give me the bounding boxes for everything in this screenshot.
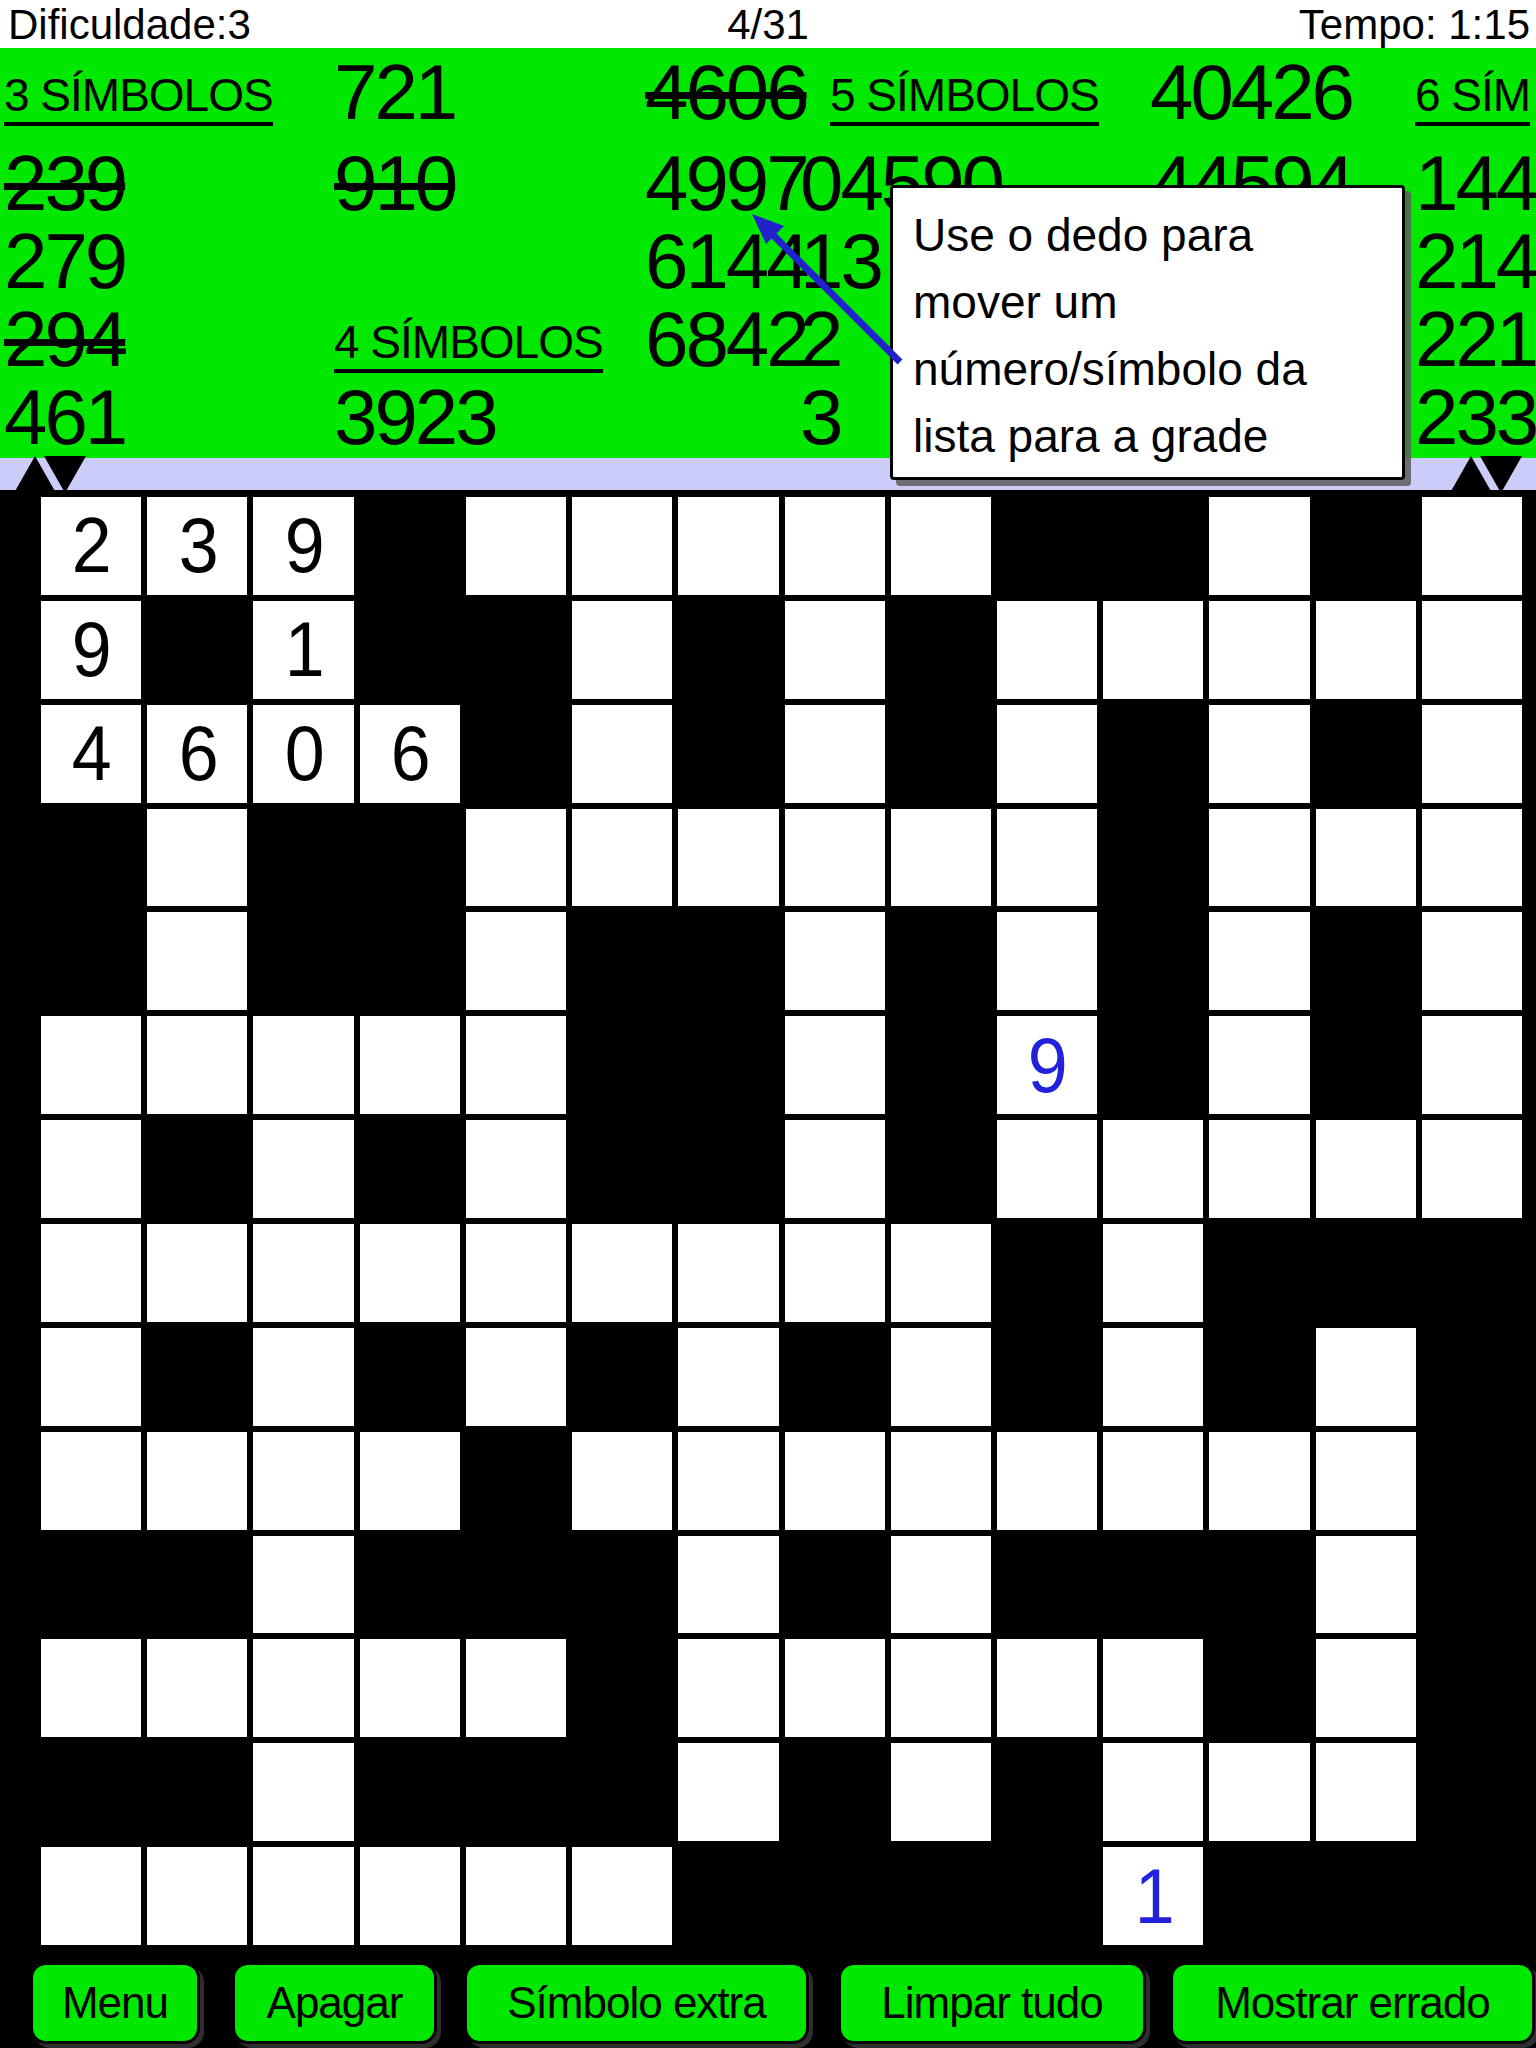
puzzle-grid[interactable]: 23991460691 [38,494,1525,1948]
grid-cell[interactable] [888,494,994,598]
symbol-list-number[interactable]: 6144 [645,221,807,301]
grid-cell-black [569,909,675,1013]
grid-cell[interactable] [675,1533,781,1637]
grid-cell[interactable] [250,1117,356,1221]
grid-cell[interactable] [144,1844,250,1948]
symbol-list-number[interactable]: 2 [800,299,840,379]
grid-cell[interactable] [675,806,781,910]
timer-label: Tempo: 1:15 [1299,0,1530,50]
symbol-list-number[interactable]: 233 [1415,377,1536,457]
grid-cell[interactable] [569,1221,675,1325]
grid-cell[interactable] [569,1429,675,1533]
grid-cell[interactable] [463,494,569,598]
grid-cell[interactable] [144,1636,250,1740]
grid-cell-black [1313,1221,1419,1325]
grid-cell-black [357,1533,463,1637]
given-digit: 6 [391,708,429,799]
grid-cell[interactable] [888,1325,994,1429]
grid-cell[interactable] [463,1221,569,1325]
symbol-list-header: 5 SÍMBOLOS [830,70,1099,126]
grid-cell[interactable] [782,598,888,702]
grid-cell-black [463,1740,569,1844]
grid-cell[interactable] [1313,1429,1419,1533]
grid-cell-black [1313,702,1419,806]
grid-cell[interactable] [1313,1325,1419,1429]
grid-cell[interactable] [1419,1013,1525,1117]
grid-cell[interactable] [250,1429,356,1533]
grid-cell-black [888,1013,994,1117]
grid-cell-black [1206,1636,1312,1740]
grid-cell[interactable] [38,1636,144,1740]
grid-cell-black [1100,1013,1206,1117]
grid-cell[interactable] [144,1429,250,1533]
symbol-list-number[interactable]: 3923 [334,377,496,457]
grid-cell-black [38,1533,144,1637]
grid-cell[interactable] [38,1429,144,1533]
grid-cell[interactable] [38,1325,144,1429]
grid-cell-black [1206,1533,1312,1637]
grid-cell[interactable] [1313,1636,1419,1740]
symbol-list-number: 4606 [645,52,807,132]
grid-cell[interactable] [782,1221,888,1325]
grid-cell-black [463,702,569,806]
grid-cell-black [144,1740,250,1844]
grid-cell[interactable] [1313,1740,1419,1844]
grid-cell[interactable] [675,1636,781,1740]
symbol-list-number: 239 [4,143,125,223]
grid-cell[interactable] [250,1325,356,1429]
grid-cell-black [1100,1533,1206,1637]
grid-cell[interactable] [1313,1533,1419,1637]
grid-cell-black [144,1533,250,1637]
grid-cell[interactable] [675,1325,781,1429]
symbol-list-header: 6 SÍM [1415,70,1530,126]
grid-cell[interactable] [250,1533,356,1637]
grid-cell-black [782,1740,888,1844]
grid-cell[interactable] [994,909,1100,1013]
grid-cell-black [569,1533,675,1637]
grid-cell[interactable] [1206,1740,1312,1844]
grid-cell[interactable] [463,909,569,1013]
given-digit: 3 [178,500,216,591]
symbol-list-number[interactable]: 221 [1415,299,1536,379]
grid-cell[interactable]: 9 [38,598,144,702]
grid-cell-black [675,1117,781,1221]
grid-cell-black [357,1740,463,1844]
grid-cell[interactable] [463,806,569,910]
symbol-list-number[interactable]: 214 [1415,221,1536,301]
grid-cell[interactable] [1206,1013,1312,1117]
given-digit: 4 [72,708,110,799]
grid-cell-black [1419,1740,1525,1844]
grid-cell[interactable] [144,1221,250,1325]
grid-cell-black [357,1325,463,1429]
symbol-list-number[interactable]: 144 [1415,143,1536,223]
grid-cell[interactable] [1100,1740,1206,1844]
grid-cell-black [144,1117,250,1221]
grid-cell-black [782,1844,888,1948]
grid-cell[interactable] [1313,1117,1419,1221]
grid-cell-black [994,494,1100,598]
grid-cell-black [675,702,781,806]
grid-cell-black [1313,494,1419,598]
grid-cell-black [569,1740,675,1844]
grid-cell[interactable] [675,494,781,598]
grid-cell[interactable] [357,1636,463,1740]
grid-cell-black [888,1117,994,1221]
grid-cell-black [888,702,994,806]
grid-cell[interactable] [569,1844,675,1948]
grid-cell-black [888,909,994,1013]
grid-cell[interactable]: 1 [250,598,356,702]
grid-cell[interactable] [357,1844,463,1948]
given-digit: 6 [178,708,216,799]
grid-cell[interactable] [1419,909,1525,1013]
show-wrong-button[interactable]: Mostrar errado [1170,1962,1535,2044]
grid-cell[interactable] [38,1117,144,1221]
grid-cell[interactable] [675,1740,781,1844]
grid-cell-black [357,909,463,1013]
grid-cell-black [38,806,144,910]
grid-cell-black [994,1325,1100,1429]
grid-cell[interactable] [1419,494,1525,598]
grid-cell-black [1206,1221,1312,1325]
grid-cell[interactable] [463,1325,569,1429]
grid-cell[interactable] [1206,702,1312,806]
scroll-down-icon-left[interactable] [44,456,86,493]
grid-cell[interactable] [1206,598,1312,702]
grid-cell[interactable] [569,806,675,910]
grid-cell-black [888,1844,994,1948]
grid-cell[interactable] [38,1844,144,1948]
grid-cell-black [1313,1013,1419,1117]
grid-cell[interactable] [782,806,888,910]
grid-cell[interactable] [463,1117,569,1221]
grid-cell[interactable]: 9 [250,494,356,598]
tooltip-line: número/símbolo da [913,336,1402,403]
given-digit: 0 [284,708,322,799]
grid-cell[interactable] [782,702,888,806]
grid-cell-black [357,1117,463,1221]
grid-cell[interactable] [357,1013,463,1117]
given-digit: 1 [284,604,322,695]
symbol-list-number[interactable]: 3 [800,377,840,457]
tooltip-line: Use o dedo para [913,202,1402,269]
grid-cell[interactable] [38,1221,144,1325]
grid-cell-black [569,1636,675,1740]
symbol-list-number[interactable]: 40426 [1150,52,1352,132]
grid-cell[interactable] [782,1013,888,1117]
grid-cell[interactable] [463,1636,569,1740]
grid-cell[interactable] [1419,598,1525,702]
grid-cell[interactable]: 9 [994,1013,1100,1117]
grid-cell[interactable]: 6 [144,702,250,806]
symbol-list-number[interactable]: 461 [4,377,125,457]
grid-cell[interactable] [994,806,1100,910]
grid-cell[interactable] [888,1429,994,1533]
grid-cell-black [357,494,463,598]
grid-cell-black [144,598,250,702]
grid-cell-black [675,909,781,1013]
grid-cell-black [1313,909,1419,1013]
grid-cell[interactable] [250,1221,356,1325]
menu-button[interactable]: Menu [30,1962,200,2044]
grid-cell[interactable] [569,494,675,598]
user-placed-digit[interactable]: 9 [1028,1020,1066,1111]
grid-cell[interactable] [569,598,675,702]
grid-cell-black [569,1325,675,1429]
grid-cell-black [994,1221,1100,1325]
grid-cell[interactable] [250,1844,356,1948]
grid-cell[interactable] [250,1013,356,1117]
grid-cell[interactable] [994,1429,1100,1533]
tooltip: Use o dedo para mover um número/símbolo … [890,185,1405,480]
grid-cell-black [463,598,569,702]
grid-cell-black [1419,1533,1525,1637]
symbol-list-number[interactable]: 721 [334,52,455,132]
grid-cell-black [1419,1221,1525,1325]
grid-cell-black [1206,1844,1312,1948]
grid-cell-black [675,598,781,702]
grid-cell-black [1313,1844,1419,1948]
grid-cell-black [675,1013,781,1117]
grid-cell-black [888,598,994,702]
grid-cell[interactable] [994,598,1100,702]
grid-cell[interactable] [888,806,994,910]
grid-cell-black [1419,1429,1525,1533]
grid-cell-black [782,1325,888,1429]
grid-cell[interactable]: 1 [1100,1844,1206,1948]
grid-cell[interactable] [1206,806,1312,910]
grid-cell[interactable] [250,1740,356,1844]
grid-cell[interactable] [675,1221,781,1325]
symbol-list-number[interactable]: 6842 [645,299,807,379]
grid-cell[interactable]: 0 [250,702,356,806]
grid-cell-black [1206,1325,1312,1429]
grid-cell-black [1100,909,1206,1013]
grid-cell-black [1419,1636,1525,1740]
grid-cell[interactable] [888,1740,994,1844]
grid-cell[interactable] [994,1636,1100,1740]
grid-cell-black [1419,1844,1525,1948]
grid-cell[interactable] [994,1117,1100,1221]
grid-cell[interactable] [144,1013,250,1117]
grid-cell-black [357,598,463,702]
grid-cell-black [250,806,356,910]
grid-cell-black [1100,494,1206,598]
grid-cell[interactable] [782,909,888,1013]
grid-cell-black [38,909,144,1013]
grid-cell-black [782,1533,888,1637]
symbol-list-number[interactable]: 4997 [645,143,807,223]
grid-cell-black [144,1325,250,1429]
grid-cell[interactable]: 4 [38,702,144,806]
extra-symbol-button[interactable]: Símbolo extra [464,1962,809,2044]
grid-cell[interactable] [782,1117,888,1221]
grid-cell[interactable] [1419,702,1525,806]
grid-cell[interactable] [144,806,250,910]
grid-cell-black [1100,806,1206,910]
grid-cell[interactable] [357,1221,463,1325]
grid-cell[interactable] [1206,494,1312,598]
grid-cell[interactable] [675,1429,781,1533]
grid-cell-black [675,1844,781,1948]
scroll-down-icon-right[interactable] [1480,456,1522,493]
grid-cell[interactable] [888,1533,994,1637]
given-digit: 9 [72,604,110,695]
grid-cell[interactable] [1206,1117,1312,1221]
grid-cell[interactable] [1206,1429,1312,1533]
grid-cell[interactable] [1100,1117,1206,1221]
symbol-list-number[interactable]: 13 [800,221,881,301]
grid-cell[interactable] [1313,806,1419,910]
grid-cell[interactable]: 6 [357,702,463,806]
grid-cell[interactable] [569,702,675,806]
grid-cell-black [357,806,463,910]
grid-cell[interactable] [994,702,1100,806]
grid-cell-black [994,1740,1100,1844]
grid-cell[interactable] [1100,1325,1206,1429]
symbol-list-number: 910 [334,143,455,223]
grid-cell[interactable] [1100,1429,1206,1533]
grid-cell[interactable] [1100,1636,1206,1740]
grid-cell[interactable] [38,1013,144,1117]
grid-cell-black [463,1533,569,1637]
grid-cell-black [463,1429,569,1533]
user-placed-digit[interactable]: 1 [1134,1851,1172,1942]
grid-cell[interactable]: 3 [144,494,250,598]
grid-cell-black [250,909,356,1013]
grid-cell[interactable] [357,1429,463,1533]
grid-cell[interactable] [782,1429,888,1533]
grid-cell[interactable] [463,1013,569,1117]
grid-cell-black [994,1844,1100,1948]
grid-cell-black [1419,1325,1525,1429]
grid-cell[interactable]: 2 [38,494,144,598]
grid-cell-black [1100,702,1206,806]
symbol-list-number[interactable]: 279 [4,221,125,301]
grid-cell[interactable] [1313,598,1419,702]
symbol-list-header: 4 SÍMBOLOS [334,317,603,373]
grid-cell[interactable] [1419,1117,1525,1221]
grid-cell-black [569,1013,675,1117]
grid-cell[interactable] [1419,806,1525,910]
tooltip-line: mover um [913,269,1402,336]
grid-cell[interactable] [250,1636,356,1740]
grid-cell[interactable] [1206,909,1312,1013]
grid-cell[interactable] [463,1844,569,1948]
grid-cell[interactable] [888,1636,994,1740]
given-digit: 2 [72,500,110,591]
grid-cell[interactable] [1100,1221,1206,1325]
grid-cell[interactable] [782,1636,888,1740]
clear-all-button[interactable]: Limpar tudo [838,1962,1146,2044]
erase-button[interactable]: Apagar [232,1962,437,2044]
grid-cell-black [38,1740,144,1844]
symbol-list-number: 294 [4,299,125,379]
symbol-list-header: 3 SÍMBOLOS [4,70,273,126]
given-digit: 9 [284,500,322,591]
grid-cell[interactable] [888,1221,994,1325]
tooltip-line: lista para a grade [913,403,1402,470]
grid-cell[interactable] [144,909,250,1013]
grid-cell[interactable] [1100,598,1206,702]
grid-cell-black [994,1533,1100,1637]
grid-cell-black [569,1117,675,1221]
grid-cell[interactable] [782,494,888,598]
top-status-bar: Dificuldade:3 4/31 Tempo: 1:15 [0,0,1536,48]
